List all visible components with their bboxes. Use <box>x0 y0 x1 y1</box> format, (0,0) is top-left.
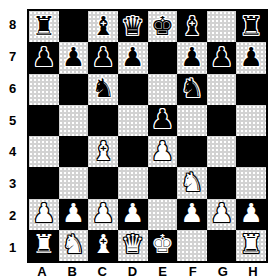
square-c7[interactable]: ♟ <box>88 42 118 73</box>
square-h5[interactable] <box>236 105 266 136</box>
square-c3[interactable] <box>88 167 118 198</box>
square-b4[interactable] <box>59 136 89 167</box>
rank-label-7: 7 <box>0 41 25 73</box>
file-label-d: D <box>117 263 147 280</box>
square-f7[interactable]: ♟ <box>177 42 207 73</box>
square-a5[interactable] <box>29 105 59 136</box>
square-d2[interactable]: ♟ <box>118 199 148 230</box>
square-c1[interactable]: ♝ <box>88 230 118 261</box>
square-d6[interactable] <box>118 74 148 105</box>
white-bishop-piece[interactable]: ♝ <box>91 138 114 164</box>
square-h3[interactable] <box>236 167 266 198</box>
square-g3[interactable] <box>207 167 237 198</box>
black-pawn-piece[interactable]: ♟ <box>62 44 85 70</box>
square-b2[interactable]: ♟ <box>59 199 89 230</box>
file-label-b: B <box>57 263 87 280</box>
rank-label-8: 8 <box>0 9 25 41</box>
square-d4[interactable] <box>118 136 148 167</box>
square-g8[interactable] <box>207 11 237 42</box>
white-king-piece[interactable]: ♚ <box>151 231 174 257</box>
black-knight-piece[interactable]: ♞ <box>91 75 114 101</box>
rank-label-3: 3 <box>0 168 25 200</box>
square-c4[interactable]: ♝ <box>88 136 118 167</box>
square-f6[interactable]: ♞ <box>177 74 207 105</box>
square-e6[interactable] <box>148 74 178 105</box>
square-c6[interactable]: ♞ <box>88 74 118 105</box>
square-g2[interactable]: ♟ <box>207 199 237 230</box>
square-b8[interactable] <box>59 11 89 42</box>
rank-label-2: 2 <box>0 200 25 232</box>
square-d3[interactable] <box>118 167 148 198</box>
file-label-h: H <box>238 263 268 280</box>
white-pawn-piece[interactable]: ♟ <box>210 200 233 226</box>
rank-label-1: 1 <box>0 231 25 263</box>
square-b7[interactable]: ♟ <box>59 42 89 73</box>
white-pawn-piece[interactable]: ♟ <box>180 200 203 226</box>
rank-label-5: 5 <box>0 104 25 136</box>
square-a1[interactable]: ♜ <box>29 230 59 261</box>
white-rook-piece[interactable]: ♜ <box>32 231 55 257</box>
white-knight-piece[interactable]: ♞ <box>180 169 203 195</box>
black-rook-piece[interactable]: ♜ <box>240 13 263 39</box>
black-bishop-piece[interactable]: ♝ <box>180 13 203 39</box>
black-pawn-piece[interactable]: ♟ <box>180 44 203 70</box>
square-f2[interactable]: ♟ <box>177 199 207 230</box>
white-knight-piece[interactable]: ♞ <box>62 231 85 257</box>
square-e7[interactable] <box>148 42 178 73</box>
black-king-piece[interactable]: ♚ <box>151 13 174 39</box>
rank-labels: 87654321 <box>0 9 25 263</box>
square-a8[interactable]: ♜ <box>29 11 59 42</box>
chess-board: ♜♝♛♚♝♜♟♟♟♟♟♟♟♞♞♟♝♟♞♟♟♟♟♟♟♟♜♞♝♛♚♜ <box>27 9 268 263</box>
square-g4[interactable] <box>207 136 237 167</box>
square-d7[interactable]: ♟ <box>118 42 148 73</box>
white-rook-piece[interactable]: ♜ <box>240 231 263 257</box>
square-h8[interactable]: ♜ <box>236 11 266 42</box>
square-h6[interactable] <box>236 74 266 105</box>
square-a3[interactable] <box>29 167 59 198</box>
black-pawn-piece[interactable]: ♟ <box>32 44 55 70</box>
white-pawn-piece[interactable]: ♟ <box>151 138 174 164</box>
file-label-c: C <box>87 263 117 280</box>
white-pawn-piece[interactable]: ♟ <box>121 200 144 226</box>
white-pawn-piece[interactable]: ♟ <box>32 200 55 226</box>
square-h1[interactable]: ♜ <box>236 230 266 261</box>
white-pawn-piece[interactable]: ♟ <box>91 200 114 226</box>
black-rook-piece[interactable]: ♜ <box>32 13 55 39</box>
square-e4[interactable]: ♟ <box>148 136 178 167</box>
square-f3[interactable]: ♞ <box>177 167 207 198</box>
square-f1[interactable] <box>177 230 207 261</box>
square-h4[interactable] <box>236 136 266 167</box>
black-pawn-piece[interactable]: ♟ <box>240 44 263 70</box>
square-e5[interactable]: ♟ <box>148 105 178 136</box>
black-knight-piece[interactable]: ♞ <box>180 75 203 101</box>
square-g7[interactable]: ♟ <box>207 42 237 73</box>
white-pawn-piece[interactable]: ♟ <box>240 200 263 226</box>
square-e2[interactable] <box>148 199 178 230</box>
square-c5[interactable] <box>88 105 118 136</box>
square-d5[interactable] <box>118 105 148 136</box>
file-label-g: G <box>208 263 238 280</box>
square-f4[interactable] <box>177 136 207 167</box>
black-pawn-piece[interactable]: ♟ <box>91 44 114 70</box>
square-f5[interactable] <box>177 105 207 136</box>
white-pawn-piece[interactable]: ♟ <box>62 200 85 226</box>
file-label-f: F <box>178 263 208 280</box>
square-h7[interactable]: ♟ <box>236 42 266 73</box>
rank-label-4: 4 <box>0 136 25 168</box>
square-g5[interactable] <box>207 105 237 136</box>
square-b5[interactable] <box>59 105 89 136</box>
square-b3[interactable] <box>59 167 89 198</box>
square-a6[interactable] <box>29 74 59 105</box>
black-pawn-piece[interactable]: ♟ <box>151 106 174 132</box>
square-a2[interactable]: ♟ <box>29 199 59 230</box>
square-e8[interactable]: ♚ <box>148 11 178 42</box>
chess-diagram: 87654321 ♜♝♛♚♝♜♟♟♟♟♟♟♟♞♞♟♝♟♞♟♟♟♟♟♟♟♜♞♝♛♚… <box>0 0 280 280</box>
square-b1[interactable]: ♞ <box>59 230 89 261</box>
black-pawn-piece[interactable]: ♟ <box>121 44 144 70</box>
file-labels: ABCDEFGH <box>27 263 268 280</box>
square-h2[interactable]: ♟ <box>236 199 266 230</box>
white-queen-piece[interactable]: ♛ <box>121 231 144 257</box>
square-f8[interactable]: ♝ <box>177 11 207 42</box>
square-e3[interactable] <box>148 167 178 198</box>
white-bishop-piece[interactable]: ♝ <box>91 231 114 257</box>
black-bishop-piece[interactable]: ♝ <box>91 13 114 39</box>
file-label-e: E <box>148 263 178 280</box>
square-d1[interactable]: ♛ <box>118 230 148 261</box>
file-label-a: A <box>27 263 57 280</box>
square-c8[interactable]: ♝ <box>88 11 118 42</box>
square-b6[interactable] <box>59 74 89 105</box>
square-d8[interactable]: ♛ <box>118 11 148 42</box>
square-e1[interactable]: ♚ <box>148 230 178 261</box>
square-c2[interactable]: ♟ <box>88 199 118 230</box>
black-pawn-piece[interactable]: ♟ <box>210 44 233 70</box>
square-a4[interactable] <box>29 136 59 167</box>
black-queen-piece[interactable]: ♛ <box>121 13 144 39</box>
square-g6[interactable] <box>207 74 237 105</box>
square-a7[interactable]: ♟ <box>29 42 59 73</box>
rank-label-6: 6 <box>0 73 25 105</box>
square-g1[interactable] <box>207 230 237 261</box>
